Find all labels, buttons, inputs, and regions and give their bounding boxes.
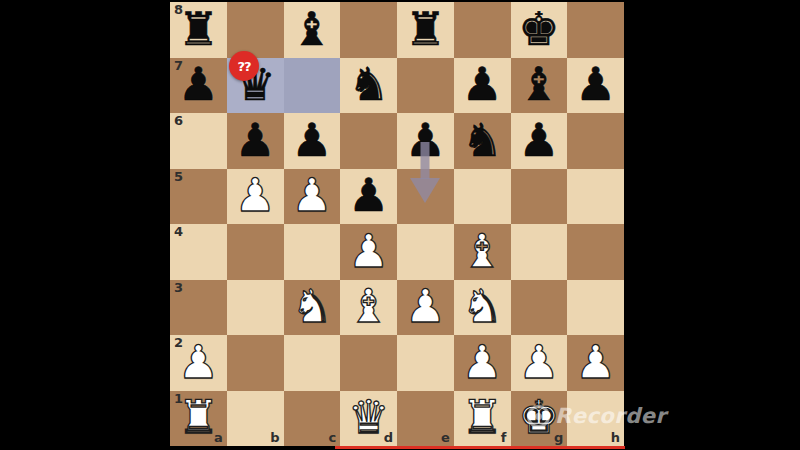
square-c7[interactable]: [284, 58, 341, 114]
square-g7[interactable]: ♝: [511, 58, 568, 114]
square-a4[interactable]: 4: [170, 224, 227, 280]
blunder-badge: ??: [229, 51, 259, 81]
file-label-b: b: [270, 430, 279, 446]
white-pawn[interactable]: ♟: [575, 339, 616, 385]
square-c3[interactable]: ♞: [284, 280, 341, 336]
black-pawn[interactable]: ♟: [235, 117, 276, 163]
square-d3[interactable]: ♝: [340, 280, 397, 336]
black-knight[interactable]: ♞: [348, 61, 389, 107]
square-c2[interactable]: [284, 335, 341, 391]
black-bishop[interactable]: ♝: [291, 6, 332, 52]
black-pawn[interactable]: ♟: [291, 117, 332, 163]
file-label-e: e: [441, 430, 450, 446]
square-a2[interactable]: 2♟: [170, 335, 227, 391]
white-queen[interactable]: ♛: [348, 394, 389, 440]
white-pawn[interactable]: ♟: [348, 228, 389, 274]
square-d4[interactable]: ♟: [340, 224, 397, 280]
square-e3[interactable]: ♟: [397, 280, 454, 336]
square-b4[interactable]: [227, 224, 284, 280]
square-a6[interactable]: 6: [170, 113, 227, 169]
square-c8[interactable]: ♝: [284, 2, 341, 58]
rank-label-3: 3: [174, 281, 183, 295]
square-f5[interactable]: [454, 169, 511, 225]
square-f8[interactable]: [454, 2, 511, 58]
square-c4[interactable]: [284, 224, 341, 280]
video-frame: 8♜♝♜♚7♟♛♞♟♝♟6♟♟♟♞♟5♟♟♟4♟♝3♞♝♟♞2♟♟♟♟1a♜bc…: [0, 0, 800, 450]
square-e7[interactable]: [397, 58, 454, 114]
square-g6[interactable]: ♟: [511, 113, 568, 169]
white-pawn[interactable]: ♟: [405, 283, 446, 329]
square-a7[interactable]: 7♟: [170, 58, 227, 114]
black-rook[interactable]: ♜: [405, 6, 446, 52]
square-b6[interactable]: ♟: [227, 113, 284, 169]
white-rook[interactable]: ♜: [178, 394, 219, 440]
square-f1[interactable]: f♜: [454, 391, 511, 447]
square-g1[interactable]: g♚: [511, 391, 568, 447]
square-d6[interactable]: [340, 113, 397, 169]
square-b3[interactable]: [227, 280, 284, 336]
square-h7[interactable]: ♟: [567, 58, 624, 114]
square-c6[interactable]: ♟: [284, 113, 341, 169]
black-rook[interactable]: ♜: [178, 6, 219, 52]
black-king[interactable]: ♚: [518, 6, 559, 52]
black-bishop[interactable]: ♝: [518, 61, 559, 107]
black-pawn[interactable]: ♟: [575, 61, 616, 107]
white-knight[interactable]: ♞: [291, 283, 332, 329]
white-rook[interactable]: ♜: [462, 394, 503, 440]
white-pawn[interactable]: ♟: [518, 339, 559, 385]
white-pawn[interactable]: ♟: [178, 339, 219, 385]
square-h4[interactable]: [567, 224, 624, 280]
white-pawn[interactable]: ♟: [291, 172, 332, 218]
square-c5[interactable]: ♟: [284, 169, 341, 225]
white-king[interactable]: ♚: [518, 394, 559, 440]
black-pawn[interactable]: ♟: [178, 61, 219, 107]
square-f3[interactable]: ♞: [454, 280, 511, 336]
square-b8[interactable]: [227, 2, 284, 58]
white-knight[interactable]: ♞: [462, 283, 503, 329]
square-a1[interactable]: 1a♜: [170, 391, 227, 447]
rank-label-5: 5: [174, 170, 183, 184]
black-pawn[interactable]: ♟: [348, 172, 389, 218]
square-h8[interactable]: [567, 2, 624, 58]
square-b5[interactable]: ♟: [227, 169, 284, 225]
square-g2[interactable]: ♟: [511, 335, 568, 391]
black-pawn[interactable]: ♟: [518, 117, 559, 163]
rank-label-4: 4: [174, 225, 183, 239]
square-d7[interactable]: ♞: [340, 58, 397, 114]
black-knight[interactable]: ♞: [462, 117, 503, 163]
square-h1[interactable]: h: [567, 391, 624, 447]
square-e1[interactable]: e: [397, 391, 454, 447]
square-e5[interactable]: [397, 169, 454, 225]
white-bishop[interactable]: ♝: [348, 283, 389, 329]
square-b1[interactable]: b: [227, 391, 284, 447]
square-e8[interactable]: ♜: [397, 2, 454, 58]
square-h6[interactable]: [567, 113, 624, 169]
square-c1[interactable]: c: [284, 391, 341, 447]
square-a3[interactable]: 3: [170, 280, 227, 336]
square-a5[interactable]: 5: [170, 169, 227, 225]
file-label-h: h: [611, 430, 620, 446]
square-h3[interactable]: [567, 280, 624, 336]
square-g3[interactable]: [511, 280, 568, 336]
square-b2[interactable]: [227, 335, 284, 391]
file-label-c: c: [329, 430, 337, 446]
square-f6[interactable]: ♞: [454, 113, 511, 169]
square-e4[interactable]: [397, 224, 454, 280]
square-g8[interactable]: ♚: [511, 2, 568, 58]
square-d2[interactable]: [340, 335, 397, 391]
white-bishop[interactable]: ♝: [462, 228, 503, 274]
square-e6[interactable]: ♟: [397, 113, 454, 169]
square-g4[interactable]: [511, 224, 568, 280]
white-pawn[interactable]: ♟: [235, 172, 276, 218]
square-d5[interactable]: ♟: [340, 169, 397, 225]
video-progress-bar[interactable]: [335, 446, 625, 449]
square-e2[interactable]: [397, 335, 454, 391]
square-g5[interactable]: [511, 169, 568, 225]
white-pawn[interactable]: ♟: [462, 339, 503, 385]
square-f2[interactable]: ♟: [454, 335, 511, 391]
square-f7[interactable]: ♟: [454, 58, 511, 114]
rank-label-6: 6: [174, 114, 183, 128]
square-h5[interactable]: [567, 169, 624, 225]
square-h2[interactable]: ♟: [567, 335, 624, 391]
square-f4[interactable]: ♝: [454, 224, 511, 280]
black-pawn[interactable]: ♟: [462, 61, 503, 107]
square-d8[interactable]: [340, 2, 397, 58]
square-d1[interactable]: d♛: [340, 391, 397, 447]
square-a8[interactable]: 8♜: [170, 2, 227, 58]
black-pawn[interactable]: ♟: [405, 117, 446, 163]
